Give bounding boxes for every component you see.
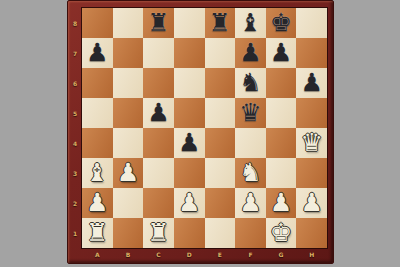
file-label-d: D xyxy=(174,248,205,260)
piece-black-pawn-f7[interactable]: ♟ xyxy=(239,38,261,68)
square-c7[interactable] xyxy=(143,38,174,68)
square-g7[interactable]: ♟ xyxy=(266,38,297,68)
square-f6[interactable]: ♞ xyxy=(235,68,266,98)
square-c4[interactable] xyxy=(143,128,174,158)
square-a1[interactable]: ♜ xyxy=(82,218,113,248)
piece-white-rook-a1[interactable]: ♜ xyxy=(86,218,108,248)
piece-black-pawn-d4[interactable]: ♟ xyxy=(178,128,200,158)
square-b3[interactable]: ♟ xyxy=(113,158,144,188)
square-e7[interactable] xyxy=(205,38,236,68)
chess-board: 87654321 ♜♜♝♚♟♟♟♞♟♟♛♟♛♝♟♞♟♟♟♟♟♜♜♚ ABCDEF… xyxy=(67,0,334,264)
square-h1[interactable] xyxy=(296,218,327,248)
rank-label-2: 2 xyxy=(68,188,82,218)
square-f7[interactable]: ♟ xyxy=(235,38,266,68)
square-a6[interactable] xyxy=(82,68,113,98)
square-g3[interactable] xyxy=(266,158,297,188)
piece-black-rook-c8[interactable]: ♜ xyxy=(147,8,169,38)
square-e1[interactable] xyxy=(205,218,236,248)
square-e6[interactable] xyxy=(205,68,236,98)
piece-white-rook-c1[interactable]: ♜ xyxy=(147,218,169,248)
square-f2[interactable]: ♟ xyxy=(235,188,266,218)
square-c1[interactable]: ♜ xyxy=(143,218,174,248)
square-b4[interactable] xyxy=(113,128,144,158)
square-a5[interactable] xyxy=(82,98,113,128)
square-b6[interactable] xyxy=(113,68,144,98)
square-e8[interactable]: ♜ xyxy=(205,8,236,38)
square-c6[interactable] xyxy=(143,68,174,98)
square-h4[interactable]: ♛ xyxy=(296,128,327,158)
square-g5[interactable] xyxy=(266,98,297,128)
piece-white-bishop-a3[interactable]: ♝ xyxy=(86,158,108,188)
rank-labels: 87654321 xyxy=(68,8,82,248)
square-c3[interactable] xyxy=(143,158,174,188)
piece-black-pawn-g7[interactable]: ♟ xyxy=(270,38,292,68)
file-label-h: H xyxy=(296,248,327,260)
rank-label-8: 8 xyxy=(68,8,82,38)
piece-white-pawn-d2[interactable]: ♟ xyxy=(178,188,200,218)
square-b8[interactable] xyxy=(113,8,144,38)
square-e4[interactable] xyxy=(205,128,236,158)
square-f3[interactable]: ♞ xyxy=(235,158,266,188)
piece-white-pawn-g2[interactable]: ♟ xyxy=(270,188,292,218)
square-h5[interactable] xyxy=(296,98,327,128)
square-e3[interactable] xyxy=(205,158,236,188)
piece-black-knight-f6[interactable]: ♞ xyxy=(239,68,261,98)
rank-label-7: 7 xyxy=(68,38,82,68)
square-c2[interactable] xyxy=(143,188,174,218)
square-a8[interactable] xyxy=(82,8,113,38)
rank-label-1: 1 xyxy=(68,218,82,248)
rank-label-4: 4 xyxy=(68,128,82,158)
piece-white-queen-h4[interactable]: ♛ xyxy=(300,128,322,158)
page-background: 87654321 ♜♜♝♚♟♟♟♞♟♟♛♟♛♝♟♞♟♟♟♟♟♜♜♚ ABCDEF… xyxy=(0,0,400,267)
square-b1[interactable] xyxy=(113,218,144,248)
square-d5[interactable] xyxy=(174,98,205,128)
rank-label-3: 3 xyxy=(68,158,82,188)
square-e2[interactable] xyxy=(205,188,236,218)
piece-black-king-g8[interactable]: ♚ xyxy=(270,8,292,38)
square-g2[interactable]: ♟ xyxy=(266,188,297,218)
piece-black-queen-f5[interactable]: ♛ xyxy=(239,98,261,128)
square-b7[interactable] xyxy=(113,38,144,68)
piece-black-pawn-a7[interactable]: ♟ xyxy=(86,38,108,68)
square-a4[interactable] xyxy=(82,128,113,158)
square-h3[interactable] xyxy=(296,158,327,188)
piece-black-pawn-h6[interactable]: ♟ xyxy=(300,68,322,98)
piece-black-pawn-c5[interactable]: ♟ xyxy=(147,98,169,128)
piece-black-rook-e8[interactable]: ♜ xyxy=(209,8,231,38)
square-h6[interactable]: ♟ xyxy=(296,68,327,98)
file-label-g: G xyxy=(266,248,297,260)
square-c5[interactable]: ♟ xyxy=(143,98,174,128)
square-g8[interactable]: ♚ xyxy=(266,8,297,38)
piece-white-knight-f3[interactable]: ♞ xyxy=(239,158,261,188)
file-label-e: E xyxy=(205,248,236,260)
square-d1[interactable] xyxy=(174,218,205,248)
square-f5[interactable]: ♛ xyxy=(235,98,266,128)
square-d4[interactable]: ♟ xyxy=(174,128,205,158)
square-g4[interactable] xyxy=(266,128,297,158)
square-a7[interactable]: ♟ xyxy=(82,38,113,68)
square-d6[interactable] xyxy=(174,68,205,98)
file-label-c: C xyxy=(143,248,174,260)
rank-label-5: 5 xyxy=(68,98,82,128)
square-d2[interactable]: ♟ xyxy=(174,188,205,218)
piece-black-bishop-f8[interactable]: ♝ xyxy=(239,8,261,38)
piece-white-pawn-h2[interactable]: ♟ xyxy=(300,188,322,218)
file-label-a: A xyxy=(82,248,113,260)
square-a2[interactable]: ♟ xyxy=(82,188,113,218)
square-a3[interactable]: ♝ xyxy=(82,158,113,188)
square-b5[interactable] xyxy=(113,98,144,128)
rank-label-6: 6 xyxy=(68,68,82,98)
piece-white-pawn-b3[interactable]: ♟ xyxy=(117,158,139,188)
square-b2[interactable] xyxy=(113,188,144,218)
piece-white-pawn-a2[interactable]: ♟ xyxy=(86,188,108,218)
square-g1[interactable]: ♚ xyxy=(266,218,297,248)
file-label-f: F xyxy=(235,248,266,260)
square-d3[interactable] xyxy=(174,158,205,188)
square-d7[interactable] xyxy=(174,38,205,68)
square-c8[interactable]: ♜ xyxy=(143,8,174,38)
square-d8[interactable] xyxy=(174,8,205,38)
square-g6[interactable] xyxy=(266,68,297,98)
piece-white-pawn-f2[interactable]: ♟ xyxy=(239,188,261,218)
square-f4[interactable] xyxy=(235,128,266,158)
square-f8[interactable]: ♝ xyxy=(235,8,266,38)
square-h8[interactable] xyxy=(296,8,327,38)
file-labels: ABCDEFGH xyxy=(82,248,327,260)
file-label-b: B xyxy=(113,248,144,260)
square-h7[interactable] xyxy=(296,38,327,68)
square-f1[interactable] xyxy=(235,218,266,248)
piece-white-king-g1[interactable]: ♚ xyxy=(270,218,292,248)
board-grid: ♜♜♝♚♟♟♟♞♟♟♛♟♛♝♟♞♟♟♟♟♟♜♜♚ xyxy=(82,8,327,248)
square-e5[interactable] xyxy=(205,98,236,128)
square-h2[interactable]: ♟ xyxy=(296,188,327,218)
